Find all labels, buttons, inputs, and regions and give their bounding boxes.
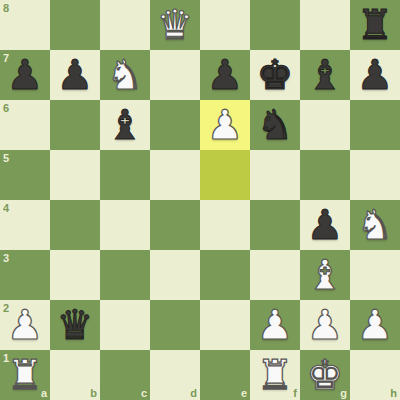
square-b1[interactable]: b (50, 350, 100, 400)
black-pawn[interactable]: ♟ (50, 50, 100, 100)
square-h1[interactable]: h (350, 350, 400, 400)
square-d7[interactable] (150, 50, 200, 100)
file-label-d: d (190, 387, 197, 399)
square-d8[interactable]: ♛ (150, 0, 200, 50)
square-d3[interactable] (150, 250, 200, 300)
chess-board-container: 8♛♜7♟♟♞♟♚♝♟6♝♟♞54♟♞3♝2♟♛♟♟♟1a♜bcdef♜g♚h (0, 0, 400, 400)
square-e2[interactable] (200, 300, 250, 350)
square-g5[interactable] (300, 150, 350, 200)
square-c1[interactable]: c (100, 350, 150, 400)
square-a1[interactable]: 1a♜ (0, 350, 50, 400)
rank-label-8: 8 (3, 2, 9, 14)
square-g7[interactable]: ♝ (300, 50, 350, 100)
white-queen[interactable]: ♛ (150, 0, 200, 50)
square-c6[interactable]: ♝ (100, 100, 150, 150)
square-h8[interactable]: ♜ (350, 0, 400, 50)
square-b8[interactable] (50, 0, 100, 50)
white-knight[interactable]: ♞ (100, 50, 150, 100)
square-d2[interactable] (150, 300, 200, 350)
square-f7[interactable]: ♚ (250, 50, 300, 100)
square-a6[interactable]: 6 (0, 100, 50, 150)
square-b6[interactable] (50, 100, 100, 150)
square-c8[interactable] (100, 0, 150, 50)
square-h6[interactable] (350, 100, 400, 150)
square-f1[interactable]: f♜ (250, 350, 300, 400)
square-h2[interactable]: ♟ (350, 300, 400, 350)
black-knight[interactable]: ♞ (250, 100, 300, 150)
square-b2[interactable]: ♛ (50, 300, 100, 350)
chess-board: 8♛♜7♟♟♞♟♚♝♟6♝♟♞54♟♞3♝2♟♛♟♟♟1a♜bcdef♜g♚h (0, 0, 400, 400)
rank-label-4: 4 (3, 202, 9, 214)
rank-label-6: 6 (3, 102, 9, 114)
file-label-b: b (90, 387, 97, 399)
black-pawn[interactable]: ♟ (200, 50, 250, 100)
square-f2[interactable]: ♟ (250, 300, 300, 350)
square-c3[interactable] (100, 250, 150, 300)
square-d4[interactable] (150, 200, 200, 250)
square-d1[interactable]: d (150, 350, 200, 400)
square-g8[interactable] (300, 0, 350, 50)
white-pawn[interactable]: ♟ (350, 300, 400, 350)
square-e5[interactable] (200, 150, 250, 200)
file-label-c: c (141, 387, 147, 399)
square-a5[interactable]: 5 (0, 150, 50, 200)
square-g4[interactable]: ♟ (300, 200, 350, 250)
square-h7[interactable]: ♟ (350, 50, 400, 100)
square-c7[interactable]: ♞ (100, 50, 150, 100)
black-king[interactable]: ♚ (250, 50, 300, 100)
file-label-h: h (390, 387, 397, 399)
white-bishop[interactable]: ♝ (300, 250, 350, 300)
square-b7[interactable]: ♟ (50, 50, 100, 100)
square-h3[interactable] (350, 250, 400, 300)
square-c2[interactable] (100, 300, 150, 350)
rank-label-3: 3 (3, 252, 9, 264)
black-pawn[interactable]: ♟ (300, 200, 350, 250)
square-e6[interactable]: ♟ (200, 100, 250, 150)
square-g6[interactable] (300, 100, 350, 150)
white-pawn[interactable]: ♟ (0, 300, 50, 350)
square-a7[interactable]: 7♟ (0, 50, 50, 100)
square-f6[interactable]: ♞ (250, 100, 300, 150)
file-label-e: e (241, 387, 247, 399)
square-g1[interactable]: g♚ (300, 350, 350, 400)
black-bishop[interactable]: ♝ (300, 50, 350, 100)
square-b5[interactable] (50, 150, 100, 200)
square-b3[interactable] (50, 250, 100, 300)
white-pawn[interactable]: ♟ (200, 100, 250, 150)
square-b4[interactable] (50, 200, 100, 250)
white-knight[interactable]: ♞ (350, 200, 400, 250)
square-d6[interactable] (150, 100, 200, 150)
black-pawn[interactable]: ♟ (350, 50, 400, 100)
square-f3[interactable] (250, 250, 300, 300)
square-h4[interactable]: ♞ (350, 200, 400, 250)
square-h5[interactable] (350, 150, 400, 200)
black-bishop[interactable]: ♝ (100, 100, 150, 150)
black-queen[interactable]: ♛ (50, 300, 100, 350)
white-king[interactable]: ♚ (300, 350, 350, 400)
white-rook[interactable]: ♜ (250, 350, 300, 400)
square-f4[interactable] (250, 200, 300, 250)
square-g3[interactable]: ♝ (300, 250, 350, 300)
black-rook[interactable]: ♜ (350, 0, 400, 50)
black-pawn[interactable]: ♟ (0, 50, 50, 100)
rank-label-5: 5 (3, 152, 9, 164)
square-e3[interactable] (200, 250, 250, 300)
square-c4[interactable] (100, 200, 150, 250)
square-a2[interactable]: 2♟ (0, 300, 50, 350)
square-e1[interactable]: e (200, 350, 250, 400)
white-rook[interactable]: ♜ (0, 350, 50, 400)
square-a4[interactable]: 4 (0, 200, 50, 250)
square-f5[interactable] (250, 150, 300, 200)
white-pawn[interactable]: ♟ (250, 300, 300, 350)
square-e4[interactable] (200, 200, 250, 250)
square-g2[interactable]: ♟ (300, 300, 350, 350)
white-pawn[interactable]: ♟ (300, 300, 350, 350)
square-e7[interactable]: ♟ (200, 50, 250, 100)
square-e8[interactable] (200, 0, 250, 50)
square-c5[interactable] (100, 150, 150, 200)
square-a3[interactable]: 3 (0, 250, 50, 300)
square-d5[interactable] (150, 150, 200, 200)
square-f8[interactable] (250, 0, 300, 50)
square-a8[interactable]: 8 (0, 0, 50, 50)
